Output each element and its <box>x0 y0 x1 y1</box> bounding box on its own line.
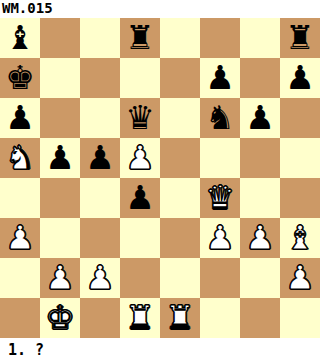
square-f1[interactable] <box>200 298 240 338</box>
chess-board: ♝♜♜♚♟♟♟♛♞♟♞♟♟♟♟♛♟♟♟♝♟♟♟♚♜♜ <box>0 18 320 338</box>
square-h6[interactable] <box>280 98 320 138</box>
square-c8[interactable] <box>80 18 120 58</box>
piece-black-king: ♚ <box>5 58 35 98</box>
square-c4[interactable] <box>80 178 120 218</box>
piece-white-rook: ♜ <box>165 298 195 338</box>
square-b5[interactable]: ♟ <box>40 138 80 178</box>
square-e5[interactable] <box>160 138 200 178</box>
square-g3[interactable]: ♟ <box>240 218 280 258</box>
square-b8[interactable] <box>40 18 80 58</box>
piece-white-pawn: ♟ <box>125 138 155 178</box>
square-e8[interactable] <box>160 18 200 58</box>
piece-white-pawn: ♟ <box>285 258 315 298</box>
square-h7[interactable]: ♟ <box>280 58 320 98</box>
piece-black-bishop: ♝ <box>5 18 35 58</box>
square-f2[interactable] <box>200 258 240 298</box>
piece-black-pawn: ♟ <box>285 58 315 98</box>
piece-black-pawn: ♟ <box>125 178 155 218</box>
square-c2[interactable]: ♟ <box>80 258 120 298</box>
square-f7[interactable]: ♟ <box>200 58 240 98</box>
square-c6[interactable] <box>80 98 120 138</box>
piece-black-rook: ♜ <box>285 18 315 58</box>
square-e7[interactable] <box>160 58 200 98</box>
piece-white-queen: ♛ <box>205 178 235 218</box>
square-d6[interactable]: ♛ <box>120 98 160 138</box>
square-h2[interactable]: ♟ <box>280 258 320 298</box>
square-h4[interactable] <box>280 178 320 218</box>
square-e1[interactable]: ♜ <box>160 298 200 338</box>
square-c1[interactable] <box>80 298 120 338</box>
square-g8[interactable] <box>240 18 280 58</box>
square-b4[interactable] <box>40 178 80 218</box>
piece-white-rook: ♜ <box>125 298 155 338</box>
piece-black-pawn: ♟ <box>5 98 35 138</box>
square-b6[interactable] <box>40 98 80 138</box>
square-b3[interactable] <box>40 218 80 258</box>
puzzle-id: WM.015 <box>0 0 320 18</box>
square-h5[interactable] <box>280 138 320 178</box>
square-a3[interactable]: ♟ <box>0 218 40 258</box>
square-f3[interactable]: ♟ <box>200 218 240 258</box>
square-d2[interactable] <box>120 258 160 298</box>
square-e6[interactable] <box>160 98 200 138</box>
square-a1[interactable] <box>0 298 40 338</box>
square-d1[interactable]: ♜ <box>120 298 160 338</box>
piece-white-pawn: ♟ <box>85 258 115 298</box>
square-f8[interactable] <box>200 18 240 58</box>
square-d5[interactable]: ♟ <box>120 138 160 178</box>
square-g4[interactable] <box>240 178 280 218</box>
piece-black-pawn: ♟ <box>205 58 235 98</box>
piece-black-queen: ♛ <box>125 98 155 138</box>
piece-white-knight: ♞ <box>5 138 35 178</box>
square-a2[interactable] <box>0 258 40 298</box>
square-e3[interactable] <box>160 218 200 258</box>
piece-black-knight: ♞ <box>205 98 235 138</box>
piece-white-pawn: ♟ <box>245 218 275 258</box>
square-g5[interactable] <box>240 138 280 178</box>
piece-white-pawn: ♟ <box>205 218 235 258</box>
square-c7[interactable] <box>80 58 120 98</box>
square-a6[interactable]: ♟ <box>0 98 40 138</box>
square-a8[interactable]: ♝ <box>0 18 40 58</box>
piece-white-bishop: ♝ <box>285 218 315 258</box>
square-f5[interactable] <box>200 138 240 178</box>
square-h1[interactable] <box>280 298 320 338</box>
square-h8[interactable]: ♜ <box>280 18 320 58</box>
square-b7[interactable] <box>40 58 80 98</box>
square-c3[interactable] <box>80 218 120 258</box>
square-f6[interactable]: ♞ <box>200 98 240 138</box>
square-g7[interactable] <box>240 58 280 98</box>
square-e4[interactable] <box>160 178 200 218</box>
square-e2[interactable] <box>160 258 200 298</box>
square-g2[interactable] <box>240 258 280 298</box>
piece-black-rook: ♜ <box>125 18 155 58</box>
square-g1[interactable] <box>240 298 280 338</box>
square-d7[interactable] <box>120 58 160 98</box>
square-f4[interactable]: ♛ <box>200 178 240 218</box>
square-b2[interactable]: ♟ <box>40 258 80 298</box>
square-c5[interactable]: ♟ <box>80 138 120 178</box>
square-a4[interactable] <box>0 178 40 218</box>
piece-black-pawn: ♟ <box>85 138 115 178</box>
piece-black-pawn: ♟ <box>245 98 275 138</box>
square-g6[interactable]: ♟ <box>240 98 280 138</box>
move-prompt: 1. ? <box>0 338 320 358</box>
square-b1[interactable]: ♚ <box>40 298 80 338</box>
piece-white-pawn: ♟ <box>5 218 35 258</box>
square-d8[interactable]: ♜ <box>120 18 160 58</box>
square-d4[interactable]: ♟ <box>120 178 160 218</box>
square-a5[interactable]: ♞ <box>0 138 40 178</box>
piece-white-pawn: ♟ <box>45 258 75 298</box>
piece-white-king: ♚ <box>45 298 75 338</box>
piece-black-pawn: ♟ <box>45 138 75 178</box>
square-h3[interactable]: ♝ <box>280 218 320 258</box>
square-d3[interactable] <box>120 218 160 258</box>
square-a7[interactable]: ♚ <box>0 58 40 98</box>
